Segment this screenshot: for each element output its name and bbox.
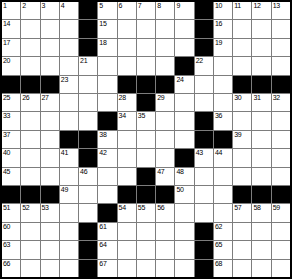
grid-cell[interactable] xyxy=(41,149,59,166)
clue-number: 29 xyxy=(157,94,164,102)
grid-cell[interactable] xyxy=(252,131,270,148)
grid-cell[interactable]: 66 xyxy=(2,260,20,277)
black-cell xyxy=(79,260,97,277)
clue-number: 7 xyxy=(138,2,142,10)
grid-cell[interactable]: 68 xyxy=(214,260,232,277)
black-cell xyxy=(195,131,213,148)
grid-cell[interactable] xyxy=(175,223,193,240)
grid-cell[interactable] xyxy=(41,131,59,148)
clue-number: 13 xyxy=(273,2,280,10)
clue-number: 6 xyxy=(119,2,123,10)
grid-cell[interactable] xyxy=(118,131,136,148)
black-cell xyxy=(2,76,20,93)
grid-cell[interactable]: 49 xyxy=(60,186,78,203)
black-cell xyxy=(195,112,213,129)
clue-number: 31 xyxy=(253,94,260,102)
grid-cell[interactable] xyxy=(175,131,193,148)
grid-cell[interactable] xyxy=(156,39,174,56)
grid-cell[interactable] xyxy=(60,20,78,37)
clue-number: 30 xyxy=(234,94,241,102)
black-cell xyxy=(272,186,290,203)
black-cell xyxy=(21,186,39,203)
black-cell xyxy=(137,168,155,185)
clue-number: 15 xyxy=(99,20,106,28)
grid-cell[interactable] xyxy=(21,260,39,277)
grid-cell[interactable] xyxy=(175,241,193,258)
grid-cell[interactable] xyxy=(175,260,193,277)
grid-cell[interactable] xyxy=(233,20,251,37)
clue-number: 44 xyxy=(215,149,222,157)
grid-cell[interactable] xyxy=(175,204,193,221)
clue-number: 19 xyxy=(215,39,222,47)
clue-number: 21 xyxy=(80,57,87,65)
grid-cell[interactable]: 43 xyxy=(195,149,213,166)
black-cell xyxy=(79,2,97,19)
black-cell xyxy=(137,186,155,203)
grid-cell[interactable]: 23 xyxy=(60,76,78,93)
grid-cell[interactable] xyxy=(21,112,39,129)
black-cell xyxy=(252,76,270,93)
clue-number: 11 xyxy=(234,2,241,10)
grid-cell[interactable]: 3 xyxy=(41,2,59,19)
grid-cell[interactable] xyxy=(21,168,39,185)
grid-cell[interactable] xyxy=(41,223,59,240)
clue-number: 34 xyxy=(119,112,126,120)
black-cell xyxy=(118,186,136,203)
clue-number: 64 xyxy=(99,241,106,249)
clue-number: 37 xyxy=(3,131,10,139)
grid-cell[interactable] xyxy=(41,241,59,258)
grid-cell[interactable] xyxy=(118,39,136,56)
black-cell xyxy=(195,39,213,56)
clue-number: 24 xyxy=(176,76,183,84)
grid-cell[interactable]: 55 xyxy=(137,204,155,221)
grid-cell[interactable]: 26 xyxy=(21,94,39,111)
clue-number: 26 xyxy=(22,94,29,102)
grid-cell[interactable] xyxy=(252,112,270,129)
black-cell xyxy=(79,39,97,56)
grid-cell[interactable] xyxy=(214,57,232,74)
grid-cell[interactable] xyxy=(137,39,155,56)
clue-number: 33 xyxy=(3,112,10,120)
clue-number: 47 xyxy=(157,168,164,176)
clue-number: 48 xyxy=(176,168,183,176)
grid-cell[interactable]: 38 xyxy=(98,131,116,148)
black-cell xyxy=(252,186,270,203)
black-cell xyxy=(79,20,97,37)
black-cell xyxy=(195,241,213,258)
grid-cell[interactable] xyxy=(233,223,251,240)
clue-number: 49 xyxy=(61,186,68,194)
clue-number: 23 xyxy=(61,76,68,84)
grid-cell[interactable]: 13 xyxy=(272,2,290,19)
grid-cell[interactable]: 21 xyxy=(79,57,97,74)
grid-cell[interactable]: 31 xyxy=(252,94,270,111)
clue-number: 41 xyxy=(61,149,68,157)
grid-cell[interactable]: 40 xyxy=(2,149,20,166)
grid-cell[interactable] xyxy=(195,168,213,185)
black-cell xyxy=(41,186,59,203)
grid-cell[interactable]: 41 xyxy=(60,149,78,166)
grid-cell[interactable] xyxy=(252,149,270,166)
clue-number: 5 xyxy=(99,2,103,10)
clue-number: 42 xyxy=(99,149,106,157)
clue-number: 63 xyxy=(3,241,10,249)
grid-cell[interactable] xyxy=(272,168,290,185)
clue-number: 1 xyxy=(3,2,7,10)
grid-cell[interactable] xyxy=(272,131,290,148)
black-cell xyxy=(137,94,155,111)
grid-cell[interactable] xyxy=(98,57,116,74)
black-cell xyxy=(156,76,174,93)
grid-cell[interactable] xyxy=(156,241,174,258)
grid-cell[interactable]: 29 xyxy=(156,94,174,111)
black-cell xyxy=(2,186,20,203)
black-cell xyxy=(272,76,290,93)
grid-cell[interactable]: 6 xyxy=(118,2,136,19)
clue-number: 60 xyxy=(3,223,10,231)
grid-cell[interactable] xyxy=(272,241,290,258)
grid-cell[interactable] xyxy=(118,149,136,166)
clue-number: 43 xyxy=(196,149,203,157)
grid-cell[interactable]: 1 xyxy=(2,2,20,19)
clue-number: 68 xyxy=(215,260,222,268)
clue-number: 9 xyxy=(176,2,180,10)
grid-cell[interactable] xyxy=(60,112,78,129)
black-cell xyxy=(41,76,59,93)
grid-cell[interactable]: 15 xyxy=(98,20,116,37)
grid-cell[interactable] xyxy=(214,204,232,221)
grid-cell[interactable] xyxy=(60,241,78,258)
grid-cell[interactable] xyxy=(252,260,270,277)
grid-cell[interactable] xyxy=(272,112,290,129)
grid-cell[interactable]: 61 xyxy=(98,223,116,240)
grid-cell[interactable]: 25 xyxy=(2,94,20,111)
grid-cell[interactable] xyxy=(233,260,251,277)
grid-cell[interactable] xyxy=(272,20,290,37)
grid-cell[interactable] xyxy=(21,131,39,148)
clue-number: 28 xyxy=(119,94,126,102)
black-cell xyxy=(79,241,97,258)
clue-number: 53 xyxy=(42,204,49,212)
clue-number: 10 xyxy=(215,2,222,10)
grid-cell[interactable]: 64 xyxy=(98,241,116,258)
grid-cell[interactable] xyxy=(137,57,155,74)
grid-cell[interactable] xyxy=(41,168,59,185)
grid-cell[interactable] xyxy=(60,168,78,185)
grid-cell[interactable]: 32 xyxy=(272,94,290,111)
grid-cell[interactable] xyxy=(233,57,251,74)
grid-cell[interactable] xyxy=(272,39,290,56)
grid-cell[interactable] xyxy=(252,57,270,74)
grid-cell[interactable] xyxy=(195,94,213,111)
black-cell xyxy=(214,131,232,148)
crossword-grid: 1234567891011121314151617181920212223242… xyxy=(0,0,292,279)
clue-number: 67 xyxy=(99,260,106,268)
clue-number: 58 xyxy=(253,204,260,212)
grid-cell[interactable] xyxy=(41,20,59,37)
grid-cell[interactable] xyxy=(233,39,251,56)
clue-number: 36 xyxy=(215,112,222,120)
grid-cell[interactable] xyxy=(21,57,39,74)
grid-cell[interactable] xyxy=(98,186,116,203)
grid-cell[interactable]: 46 xyxy=(79,168,97,185)
black-cell xyxy=(118,76,136,93)
grid-cell[interactable]: 53 xyxy=(41,204,59,221)
grid-cell[interactable] xyxy=(214,76,232,93)
grid-cell[interactable] xyxy=(195,76,213,93)
clue-number: 57 xyxy=(234,204,241,212)
grid-cell[interactable] xyxy=(21,223,39,240)
clue-number: 4 xyxy=(61,2,65,10)
clue-number: 62 xyxy=(215,223,222,231)
clue-number: 35 xyxy=(138,112,145,120)
grid-cell[interactable]: 45 xyxy=(2,168,20,185)
black-cell xyxy=(79,223,97,240)
grid-cell[interactable]: 10 xyxy=(214,2,232,19)
grid-cell[interactable] xyxy=(41,112,59,129)
grid-cell[interactable] xyxy=(98,76,116,93)
grid-cell[interactable] xyxy=(195,186,213,203)
black-cell xyxy=(79,131,97,148)
clue-number: 27 xyxy=(42,94,49,102)
clue-number: 65 xyxy=(215,241,222,249)
grid-cell[interactable] xyxy=(118,260,136,277)
grid-cell[interactable]: 36 xyxy=(214,112,232,129)
grid-cell[interactable] xyxy=(118,241,136,258)
grid-cell[interactable]: 56 xyxy=(156,204,174,221)
grid-cell[interactable] xyxy=(252,241,270,258)
black-cell xyxy=(98,204,116,221)
grid-cell[interactable] xyxy=(60,204,78,221)
grid-cell[interactable] xyxy=(98,168,116,185)
grid-cell[interactable]: 4 xyxy=(60,2,78,19)
grid-cell[interactable] xyxy=(214,168,232,185)
black-cell xyxy=(195,223,213,240)
grid-cell[interactable]: 7 xyxy=(137,2,155,19)
clue-number: 25 xyxy=(3,94,10,102)
grid-cell[interactable]: 60 xyxy=(2,223,20,240)
grid-cell[interactable]: 34 xyxy=(118,112,136,129)
clue-number: 14 xyxy=(3,20,10,28)
grid-cell[interactable] xyxy=(214,94,232,111)
grid-cell[interactable]: 28 xyxy=(118,94,136,111)
grid-cell[interactable] xyxy=(21,149,39,166)
clue-number: 55 xyxy=(138,204,145,212)
grid-cell[interactable] xyxy=(156,112,174,129)
grid-cell[interactable] xyxy=(118,223,136,240)
grid-cell[interactable] xyxy=(21,20,39,37)
black-cell xyxy=(195,260,213,277)
grid-cell[interactable] xyxy=(98,94,116,111)
grid-cell[interactable]: 30 xyxy=(233,94,251,111)
black-cell xyxy=(79,149,97,166)
clue-number: 2 xyxy=(22,2,26,10)
grid-cell[interactable] xyxy=(233,168,251,185)
grid-cell[interactable]: 24 xyxy=(175,76,193,93)
grid-cell[interactable] xyxy=(21,39,39,56)
grid-cell[interactable]: 52 xyxy=(21,204,39,221)
grid-cell[interactable] xyxy=(79,112,97,129)
grid-cell[interactable] xyxy=(272,260,290,277)
clue-number: 46 xyxy=(80,168,87,176)
black-cell xyxy=(156,186,174,203)
black-cell xyxy=(195,20,213,37)
grid-cell[interactable] xyxy=(137,223,155,240)
grid-cell[interactable] xyxy=(60,223,78,240)
grid-cell[interactable]: 47 xyxy=(156,168,174,185)
grid-cell[interactable] xyxy=(137,241,155,258)
grid-cell[interactable] xyxy=(233,149,251,166)
black-cell xyxy=(233,76,251,93)
clue-number: 16 xyxy=(215,20,222,28)
grid-cell[interactable] xyxy=(175,20,193,37)
grid-cell[interactable] xyxy=(60,94,78,111)
clue-number: 54 xyxy=(119,204,126,212)
grid-cell[interactable] xyxy=(137,20,155,37)
grid-cell[interactable] xyxy=(79,186,97,203)
grid-cell[interactable]: 51 xyxy=(2,204,20,221)
grid-cell[interactable] xyxy=(233,112,251,129)
grid-cell[interactable] xyxy=(175,94,193,111)
grid-cell[interactable] xyxy=(21,241,39,258)
grid-cell[interactable] xyxy=(79,76,97,93)
grid-cell[interactable] xyxy=(252,39,270,56)
grid-cell[interactable] xyxy=(41,39,59,56)
grid-cell[interactable] xyxy=(41,57,59,74)
grid-cell[interactable]: 48 xyxy=(175,168,193,185)
clue-number: 50 xyxy=(176,186,183,194)
grid-cell[interactable] xyxy=(252,223,270,240)
black-cell xyxy=(98,112,116,129)
clue-number: 38 xyxy=(99,131,106,139)
grid-cell[interactable] xyxy=(272,149,290,166)
grid-cell[interactable] xyxy=(60,260,78,277)
black-cell xyxy=(195,2,213,19)
grid-cell[interactable]: 8 xyxy=(156,2,174,19)
grid-cell[interactable]: 35 xyxy=(137,112,155,129)
grid-cell[interactable]: 42 xyxy=(98,149,116,166)
grid-cell[interactable]: 59 xyxy=(272,204,290,221)
grid-cell[interactable] xyxy=(60,57,78,74)
clue-number: 8 xyxy=(157,2,161,10)
grid-cell[interactable] xyxy=(137,260,155,277)
clue-number: 12 xyxy=(253,2,260,10)
clue-number: 3 xyxy=(42,2,46,10)
grid-cell[interactable]: 37 xyxy=(2,131,20,148)
clue-number: 22 xyxy=(196,57,203,65)
clue-number: 66 xyxy=(3,260,10,268)
black-cell xyxy=(21,76,39,93)
grid-cell[interactable]: 33 xyxy=(2,112,20,129)
clue-number: 18 xyxy=(99,39,106,47)
grid-cell[interactable] xyxy=(118,57,136,74)
grid-cell[interactable]: 16 xyxy=(214,20,232,37)
grid-cell[interactable]: 2 xyxy=(21,2,39,19)
grid-cell[interactable]: 12 xyxy=(252,2,270,19)
grid-cell[interactable] xyxy=(195,204,213,221)
clue-number: 51 xyxy=(3,204,10,212)
clue-number: 20 xyxy=(3,57,10,65)
black-cell xyxy=(175,149,193,166)
grid-cell[interactable] xyxy=(79,204,97,221)
clue-number: 56 xyxy=(157,204,164,212)
grid-cell[interactable] xyxy=(214,186,232,203)
grid-cell[interactable] xyxy=(156,149,174,166)
clue-number: 61 xyxy=(99,223,106,231)
clue-number: 17 xyxy=(3,39,10,47)
grid-cell[interactable] xyxy=(156,20,174,37)
grid-cell[interactable]: 65 xyxy=(214,241,232,258)
grid-cell[interactable]: 58 xyxy=(252,204,270,221)
black-cell xyxy=(137,76,155,93)
grid-cell[interactable] xyxy=(118,168,136,185)
grid-cell[interactable]: 19 xyxy=(214,39,232,56)
grid-cell[interactable] xyxy=(60,39,78,56)
black-cell xyxy=(233,186,251,203)
grid-cell[interactable]: 5 xyxy=(98,2,116,19)
grid-cell[interactable]: 22 xyxy=(195,57,213,74)
grid-cell[interactable] xyxy=(41,260,59,277)
clue-number: 39 xyxy=(234,131,241,139)
grid-cell[interactable] xyxy=(233,241,251,258)
grid-cell[interactable] xyxy=(156,223,174,240)
clue-number: 45 xyxy=(3,168,10,176)
grid-cell[interactable]: 44 xyxy=(214,149,232,166)
grid-cell[interactable]: 57 xyxy=(233,204,251,221)
grid-cell[interactable]: 62 xyxy=(214,223,232,240)
grid-cell[interactable] xyxy=(272,223,290,240)
black-cell xyxy=(60,131,78,148)
grid-cell[interactable]: 11 xyxy=(233,2,251,19)
grid-cell[interactable] xyxy=(175,39,193,56)
grid-cell[interactable] xyxy=(156,131,174,148)
grid-cell[interactable] xyxy=(156,57,174,74)
clue-number: 52 xyxy=(22,204,29,212)
black-cell xyxy=(175,57,193,74)
grid-cell[interactable]: 14 xyxy=(2,20,20,37)
grid-cell[interactable]: 20 xyxy=(2,57,20,74)
grid-cell[interactable] xyxy=(79,94,97,111)
grid-cell[interactable] xyxy=(137,131,155,148)
grid-cell[interactable]: 18 xyxy=(98,39,116,56)
grid-cell[interactable] xyxy=(137,149,155,166)
grid-cell[interactable]: 9 xyxy=(175,2,193,19)
grid-cell[interactable] xyxy=(156,260,174,277)
grid-cell[interactable]: 27 xyxy=(41,94,59,111)
grid-cell[interactable]: 67 xyxy=(98,260,116,277)
clue-number: 59 xyxy=(273,204,280,212)
grid-cell[interactable] xyxy=(252,168,270,185)
grid-cell[interactable] xyxy=(272,57,290,74)
grid-cell[interactable]: 50 xyxy=(175,186,193,203)
grid-cell[interactable]: 17 xyxy=(2,39,20,56)
grid-cell[interactable]: 39 xyxy=(233,131,251,148)
grid-cell[interactable] xyxy=(118,20,136,37)
grid-cell[interactable]: 63 xyxy=(2,241,20,258)
clue-number: 40 xyxy=(3,149,10,157)
grid-cell[interactable] xyxy=(175,112,193,129)
grid-cell[interactable]: 54 xyxy=(118,204,136,221)
grid-cell[interactable] xyxy=(252,20,270,37)
clue-number: 32 xyxy=(273,94,280,102)
